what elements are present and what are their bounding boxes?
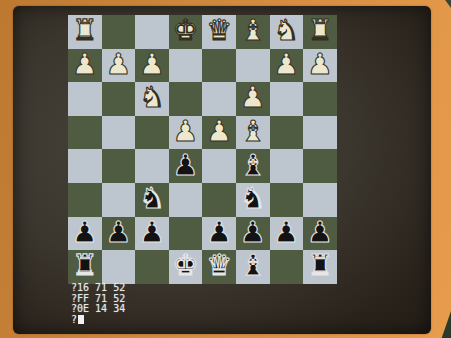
square-d3 — [202, 82, 236, 116]
square-d4: ♟ — [202, 116, 236, 150]
console-output: ?16 71 52?FF 71 52?0E 14 34? — [71, 283, 125, 325]
square-c2 — [236, 49, 270, 83]
square-h3 — [68, 82, 102, 116]
square-b7: ♟ — [270, 217, 304, 251]
piece-black-rook: ♜ — [307, 251, 333, 280]
square-g8 — [102, 250, 136, 284]
piece-black-pawn: ♟ — [240, 218, 266, 247]
square-e6 — [169, 183, 203, 217]
piece-white-bishop: ♝ — [240, 117, 266, 146]
piece-white-pawn: ♟ — [273, 50, 299, 79]
square-f7: ♟ — [135, 217, 169, 251]
square-c4: ♝ — [236, 116, 270, 150]
square-g4 — [102, 116, 136, 150]
square-a5 — [303, 149, 337, 183]
piece-black-pawn: ♟ — [206, 218, 232, 247]
square-a7: ♟ — [303, 217, 337, 251]
square-b4 — [270, 116, 304, 150]
square-e5: ♟ — [169, 149, 203, 183]
square-d5 — [202, 149, 236, 183]
piece-black-pawn: ♟ — [139, 218, 165, 247]
piece-white-knight: ♞ — [139, 83, 165, 112]
text-cursor — [78, 315, 84, 324]
square-g2: ♟ — [102, 49, 136, 83]
square-h2: ♟ — [68, 49, 102, 83]
square-a8: ♜ — [303, 250, 337, 284]
console-line: ?16 71 52 — [71, 283, 125, 294]
piece-white-pawn: ♟ — [105, 50, 131, 79]
piece-white-pawn: ♟ — [206, 117, 232, 146]
square-e7 — [169, 217, 203, 251]
square-a3 — [303, 82, 337, 116]
console-prompt-line[interactable]: ? — [71, 315, 125, 326]
piece-white-knight: ♞ — [273, 16, 299, 45]
square-f1 — [135, 15, 169, 49]
square-d2 — [202, 49, 236, 83]
square-f3: ♞ — [135, 82, 169, 116]
square-c5: ♝ — [236, 149, 270, 183]
square-c1: ♝ — [236, 15, 270, 49]
square-d7: ♟ — [202, 217, 236, 251]
square-g6 — [102, 183, 136, 217]
piece-black-knight: ♞ — [240, 184, 266, 213]
piece-white-pawn: ♟ — [139, 50, 165, 79]
square-f8 — [135, 250, 169, 284]
piece-white-pawn: ♟ — [240, 83, 266, 112]
console-line: ?0E 14 34 — [71, 304, 125, 315]
piece-white-pawn: ♟ — [72, 50, 98, 79]
square-e4: ♟ — [169, 116, 203, 150]
square-d1: ♛ — [202, 15, 236, 49]
square-b6 — [270, 183, 304, 217]
square-h8: ♜ — [68, 250, 102, 284]
piece-white-pawn: ♟ — [173, 117, 199, 146]
square-e1: ♚ — [169, 15, 203, 49]
square-c7: ♟ — [236, 217, 270, 251]
square-b8 — [270, 250, 304, 284]
square-h4 — [68, 116, 102, 150]
square-d6 — [202, 183, 236, 217]
square-e8: ♚ — [169, 250, 203, 284]
piece-black-pawn: ♟ — [105, 218, 131, 247]
square-g7: ♟ — [102, 217, 136, 251]
square-b2: ♟ — [270, 49, 304, 83]
square-g5 — [102, 149, 136, 183]
square-a4 — [303, 116, 337, 150]
piece-white-rook: ♜ — [72, 16, 98, 45]
piece-white-queen: ♛ — [206, 16, 232, 45]
square-g1 — [102, 15, 136, 49]
crt-screen: ♜♚♛♝♞♜♟♟♟♟♟♞♟♟♟♝♟♝♞♞♟♟♟♟♟♟♟♜♚♛♝♜ ?16 71 … — [13, 6, 431, 334]
piece-black-pawn: ♟ — [72, 218, 98, 247]
square-b5 — [270, 149, 304, 183]
piece-black-pawn: ♟ — [173, 151, 199, 180]
square-a2: ♟ — [303, 49, 337, 83]
square-a6 — [303, 183, 337, 217]
square-g3 — [102, 82, 136, 116]
square-h7: ♟ — [68, 217, 102, 251]
square-h6 — [68, 183, 102, 217]
square-c3: ♟ — [236, 82, 270, 116]
piece-black-bishop: ♝ — [240, 251, 266, 280]
piece-black-king: ♚ — [173, 251, 199, 280]
square-f6: ♞ — [135, 183, 169, 217]
piece-white-pawn: ♟ — [307, 50, 333, 79]
square-a1: ♜ — [303, 15, 337, 49]
piece-black-bishop: ♝ — [240, 151, 266, 180]
piece-white-king: ♚ — [173, 16, 199, 45]
square-h5 — [68, 149, 102, 183]
piece-black-knight: ♞ — [139, 184, 165, 213]
piece-white-rook: ♜ — [307, 16, 333, 45]
piece-white-bishop: ♝ — [240, 16, 266, 45]
square-f5 — [135, 149, 169, 183]
square-b3 — [270, 82, 304, 116]
piece-black-pawn: ♟ — [273, 218, 299, 247]
square-e2 — [169, 49, 203, 83]
square-c8: ♝ — [236, 250, 270, 284]
piece-black-queen: ♛ — [206, 251, 232, 280]
background-corner-top-right — [442, 0, 451, 8]
square-f4 — [135, 116, 169, 150]
square-h1: ♜ — [68, 15, 102, 49]
piece-black-pawn: ♟ — [307, 218, 333, 247]
square-f2: ♟ — [135, 49, 169, 83]
square-c6: ♞ — [236, 183, 270, 217]
square-d8: ♛ — [202, 250, 236, 284]
chess-board: ♜♚♛♝♞♜♟♟♟♟♟♞♟♟♟♝♟♝♞♞♟♟♟♟♟♟♟♜♚♛♝♜ — [68, 15, 337, 284]
square-b1: ♞ — [270, 15, 304, 49]
square-e3 — [169, 82, 203, 116]
piece-black-rook: ♜ — [72, 251, 98, 280]
background-corner-bottom-right — [440, 311, 451, 338]
